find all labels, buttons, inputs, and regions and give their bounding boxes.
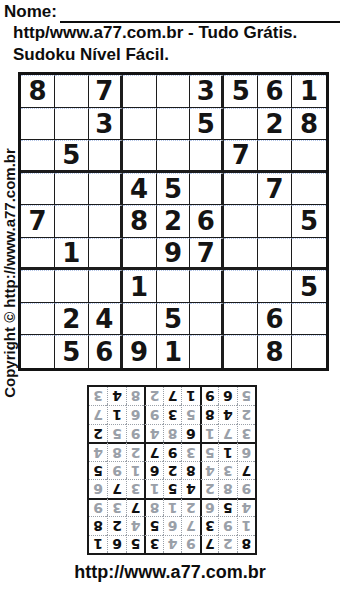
solution-cell-r8c9: 7	[89, 405, 107, 423]
puzzle-cell-r8c5: 5	[157, 303, 191, 336]
puzzle-cell-r6c3	[89, 238, 123, 271]
solution-given-digit: 7	[150, 446, 160, 460]
solution-given-digit: 5	[131, 537, 141, 551]
puzzle-digit: 1	[164, 339, 182, 365]
solution-solved-digit: 9	[131, 427, 141, 441]
puzzle-cell-r5c6: 6	[190, 205, 224, 238]
site-url-heading: http/www.a77.com.br - Tudo Grátis.	[13, 23, 297, 43]
solution-cell-r4c1: 9	[237, 479, 255, 497]
puzzle-cell-r7c5	[157, 270, 191, 303]
solution-cell-r6c3: 5	[200, 442, 218, 460]
solution-cell-r3c8: 3	[107, 498, 125, 516]
puzzle-cell-r5c8	[258, 205, 292, 238]
solution-cell-r8c4: 5	[181, 405, 199, 423]
puzzle-cell-r1c2	[55, 75, 89, 108]
puzzle-cell-r9c5: 1	[157, 335, 191, 368]
solution-given-digit: 8	[241, 537, 251, 551]
puzzle-cell-r9c8: 8	[258, 335, 292, 368]
solution-cell-r5c4: 8	[181, 461, 199, 479]
solution-solved-digit: 1	[131, 464, 141, 478]
solution-solved-digit: 2	[223, 537, 233, 551]
solution-solved-digit: 8	[223, 482, 233, 496]
solution-solved-digit: 8	[131, 389, 141, 403]
solution-cell-r7c7: 9	[126, 424, 144, 442]
puzzle-cell-r1c9: 1	[292, 75, 326, 108]
solution-cell-r4c4: 4	[181, 479, 199, 497]
solution-cell-r9c8: 4	[107, 387, 125, 405]
puzzle-cell-r6c6: 7	[190, 238, 224, 271]
solution-solved-digit: 6	[241, 446, 251, 460]
solution-solved-digit: 5	[205, 446, 215, 460]
solution-solved-digit: 9	[93, 501, 103, 515]
solution-solved-digit: 3	[93, 389, 103, 403]
solution-given-digit: 3	[150, 537, 160, 551]
solution-cell-r3c3: 6	[200, 498, 218, 516]
solution-solved-digit: 3	[186, 446, 196, 460]
solution-cell-r2c7: 4	[126, 516, 144, 534]
solution-cell-r8c8: 1	[107, 405, 125, 423]
puzzle-cell-r1c3: 7	[89, 75, 123, 108]
solution-solved-digit: 4	[168, 537, 178, 551]
puzzle-cell-r1c1: 8	[21, 75, 55, 108]
solution-solved-digit: 6	[168, 519, 178, 533]
puzzle-cell-r1c4	[123, 75, 157, 108]
solution-given-digit: 4	[112, 389, 122, 403]
solution-given-digit: 8	[186, 464, 196, 478]
copyright-vertical: Copyright © http://www.a77.com.br	[0, 100, 17, 446]
puzzle-cell-r2c8: 2	[258, 108, 292, 141]
solution-cell-r4c6: 1	[144, 479, 162, 497]
solution-given-digit: 8	[93, 519, 103, 533]
puzzle-cell-r4c3	[89, 173, 123, 206]
puzzle-digit: 7	[232, 142, 250, 168]
puzzle-grid: 8735613528574577826519715245656918	[18, 72, 329, 371]
puzzle-cell-r8c9	[292, 303, 326, 336]
solution-cell-r2c3: 3	[200, 516, 218, 534]
footer-url: http://www.a77.com.br	[0, 562, 340, 583]
solution-solved-digit: 7	[186, 519, 196, 533]
solution-cell-r1c6: 3	[144, 535, 162, 553]
solution-solved-digit: 4	[241, 501, 251, 515]
solution-cell-r9c2: 6	[218, 387, 236, 405]
puzzle-cell-r8c8: 6	[258, 303, 292, 336]
puzzle-cell-r6c5: 9	[157, 238, 191, 271]
solution-given-digit: 5	[223, 501, 233, 515]
solution-solved-digit: 3	[223, 464, 233, 478]
solution-cell-r7c8: 5	[107, 424, 125, 442]
solution-cell-r7c1: 3	[237, 424, 255, 442]
solution-solved-digit: 9	[186, 537, 196, 551]
solution-given-digit: 7	[168, 389, 178, 403]
puzzle-digit: 1	[300, 78, 318, 104]
solution-solved-digit: 9	[112, 464, 122, 478]
solution-cell-r6c1: 6	[237, 442, 255, 460]
solution-cell-r2c5: 6	[163, 516, 181, 534]
puzzle-cell-r9c4: 9	[123, 335, 157, 368]
solution-cell-r2c8: 2	[107, 516, 125, 534]
solution-solved-digit: 4	[205, 464, 215, 478]
puzzle-cell-r4c7	[224, 173, 258, 206]
solution-cell-r9c3: 9	[200, 387, 218, 405]
puzzle-cell-r2c1	[21, 108, 55, 141]
solution-given-digit: 6	[150, 464, 160, 478]
puzzle-cell-r4c5: 5	[157, 173, 191, 206]
solution-solved-digit: 7	[223, 427, 233, 441]
puzzle-cell-r1c6: 3	[190, 75, 224, 108]
solution-solved-digit: 9	[241, 482, 251, 496]
solution-given-digit: 4	[223, 408, 233, 422]
solution-solved-digit: 3	[241, 427, 251, 441]
solution-cell-r6c6: 7	[144, 442, 162, 460]
solution-cell-r4c9: 6	[89, 479, 107, 497]
solution-solved-digit: 4	[93, 446, 103, 460]
solution-cell-r1c5: 4	[163, 535, 181, 553]
puzzle-cell-r7c2	[55, 270, 89, 303]
puzzle-cell-r3c7: 7	[224, 140, 258, 173]
puzzle-digit: 1	[62, 240, 80, 266]
puzzle-cell-r5c5: 2	[157, 205, 191, 238]
puzzle-cell-r7c8	[258, 270, 292, 303]
solution-given-digit: 6	[112, 537, 122, 551]
solution-cell-r5c3: 4	[200, 461, 218, 479]
solution-solved-digit: 2	[205, 482, 215, 496]
solution-solved-digit: 2	[131, 446, 141, 460]
puzzle-digit: 2	[164, 208, 182, 234]
solution-given-digit: 5	[168, 482, 178, 496]
solution-cell-r3c1: 4	[237, 498, 255, 516]
solution-cell-r2c9: 8	[89, 516, 107, 534]
solution-solved-digit: 1	[241, 519, 251, 533]
solution-given-digit: 9	[168, 446, 178, 460]
solution-cell-r3c6: 8	[144, 498, 162, 516]
solution-given-digit: 7	[205, 537, 215, 551]
solution-solved-digit: 9	[150, 408, 160, 422]
puzzle-cell-r7c4: 1	[123, 270, 157, 303]
solution-cell-r7c5: 8	[163, 424, 181, 442]
solution-cell-r3c9: 9	[89, 498, 107, 516]
solution-cell-r3c2: 5	[218, 498, 236, 516]
solution-cell-r8c2: 4	[218, 405, 236, 423]
solution-solved-digit: 4	[131, 519, 141, 533]
solution-cell-r4c3: 2	[200, 479, 218, 497]
solution-cell-r2c6: 5	[144, 516, 162, 534]
puzzle-cell-r6c8	[258, 238, 292, 271]
solution-cell-r6c4: 3	[181, 442, 199, 460]
solution-cell-r4c5: 5	[163, 479, 181, 497]
puzzle-cell-r7c1	[21, 270, 55, 303]
solution-cell-r3c7: 7	[126, 498, 144, 516]
puzzle-cell-r2c6: 5	[190, 108, 224, 141]
puzzle-cell-r7c9: 5	[292, 270, 326, 303]
solution-solved-digit: 2	[241, 408, 251, 422]
solution-solved-digit: 5	[186, 408, 196, 422]
puzzle-digit: 9	[164, 240, 182, 266]
solution-solved-digit: 3	[131, 482, 141, 496]
puzzle-cell-r8c4	[123, 303, 157, 336]
puzzle-cell-r2c5	[157, 108, 191, 141]
solution-solved-digit: 1	[205, 427, 215, 441]
puzzle-cell-r5c4: 8	[123, 205, 157, 238]
solution-cell-r5c8: 9	[107, 461, 125, 479]
solution-cell-r9c6: 2	[144, 387, 162, 405]
solution-solved-digit: 1	[168, 501, 178, 515]
solution-solved-digit: 9	[223, 519, 233, 533]
puzzle-digit: 6	[197, 208, 215, 234]
puzzle-cell-r5c1: 7	[21, 205, 55, 238]
puzzle-cell-r6c9	[292, 238, 326, 271]
solution-given-digit: 7	[112, 482, 122, 496]
puzzle-cell-r4c6	[190, 173, 224, 206]
solution-cell-r9c9: 3	[89, 387, 107, 405]
puzzle-cell-r2c7	[224, 108, 258, 141]
solution-cell-r1c4: 9	[181, 535, 199, 553]
solution-cell-r6c5: 9	[163, 442, 181, 460]
puzzle-cell-r8c6	[190, 303, 224, 336]
puzzle-digit: 7	[197, 240, 215, 266]
puzzle-cell-r7c7	[224, 270, 258, 303]
puzzle-digit: 7	[95, 78, 113, 104]
puzzle-cell-r8c2: 2	[55, 303, 89, 336]
solution-cell-r8c1: 2	[237, 405, 255, 423]
puzzle-digit: 4	[95, 306, 113, 332]
puzzle-cell-r6c1	[21, 238, 55, 271]
solution-given-digit: 5	[93, 464, 103, 478]
solution-solved-digit: 5	[112, 427, 122, 441]
puzzle-digit: 7	[266, 176, 284, 202]
puzzle-digit: 5	[164, 176, 182, 202]
puzzle-digit: 8	[266, 339, 284, 365]
puzzle-cell-r2c9: 8	[292, 108, 326, 141]
solution-solved-digit: 8	[112, 446, 122, 460]
solution-given-digit: 7	[241, 464, 251, 478]
puzzle-cell-r3c6	[190, 140, 224, 173]
puzzle-digit: 8	[300, 111, 318, 137]
puzzle-digit: 9	[130, 339, 148, 365]
solution-cell-r5c1: 7	[237, 461, 255, 479]
puzzle-cell-r8c3: 4	[89, 303, 123, 336]
puzzle-cell-r6c2: 1	[55, 238, 89, 271]
puzzle-cell-r9c3: 6	[89, 335, 123, 368]
solution-solved-digit: 8	[150, 501, 160, 515]
solution-cell-r3c4: 2	[181, 498, 199, 516]
puzzle-cell-r6c7	[224, 238, 258, 271]
puzzle-digit: 6	[266, 306, 284, 332]
solution-given-digit: 1	[223, 446, 233, 460]
puzzle-cell-r9c9	[292, 335, 326, 368]
solution-cell-r2c1: 1	[237, 516, 255, 534]
solution-cell-r1c3: 7	[200, 535, 218, 553]
solution-given-digit: 1	[186, 389, 196, 403]
solution-given-digit: 5	[150, 519, 160, 533]
puzzle-cell-r1c8: 6	[258, 75, 292, 108]
puzzle-digit: 5	[62, 339, 80, 365]
solution-given-digit: 2	[112, 519, 122, 533]
puzzle-cell-r9c6	[190, 335, 224, 368]
puzzle-cell-r6c4	[123, 238, 157, 271]
solution-given-digit: 4	[186, 482, 196, 496]
solution-cell-r1c8: 6	[107, 535, 125, 553]
puzzle-cell-r8c1	[21, 303, 55, 336]
solution-cell-r5c6: 6	[144, 461, 162, 479]
solution-cell-r1c2: 2	[218, 535, 236, 553]
puzzle-digit: 5	[197, 111, 215, 137]
puzzle-cell-r8c7	[224, 303, 258, 336]
solution-solved-digit: 6	[205, 501, 215, 515]
solution-cell-r5c2: 3	[218, 461, 236, 479]
solution-given-digit: 1	[93, 537, 103, 551]
solution-grid: 8279435611937654284562187399824513767348…	[87, 385, 257, 555]
solution-cell-r7c4: 6	[181, 424, 199, 442]
puzzle-digit: 5	[300, 208, 318, 234]
solution-cell-r2c2: 9	[218, 516, 236, 534]
puzzle-cell-r9c7	[224, 335, 258, 368]
puzzle-cell-r4c2	[55, 173, 89, 206]
puzzle-cell-r5c9: 5	[292, 205, 326, 238]
solution-given-digit: 2	[168, 464, 178, 478]
puzzle-cell-r3c1	[21, 140, 55, 173]
puzzle-cell-r3c4	[123, 140, 157, 173]
solution-given-digit: 8	[205, 408, 215, 422]
name-label: Nome:	[4, 2, 57, 21]
solution-solved-digit: 5	[241, 389, 251, 403]
worksheet-page: Nome: http/www.a77.com.br - Tudo Grátis.…	[0, 0, 340, 596]
puzzle-cell-r7c6	[190, 270, 224, 303]
solution-cell-r9c5: 7	[163, 387, 181, 405]
solution-solved-digit: 3	[112, 501, 122, 515]
solution-solved-digit: 2	[186, 501, 196, 515]
puzzle-cell-r5c2	[55, 205, 89, 238]
solution-cell-r5c5: 2	[163, 461, 181, 479]
solution-given-digit: 9	[205, 389, 215, 403]
puzzle-digit: 5	[300, 274, 318, 300]
solution-given-digit: 7	[131, 501, 141, 515]
puzzle-title: Sudoku Nível Fácil.	[13, 45, 169, 65]
solution-cell-r8c3: 8	[200, 405, 218, 423]
solution-cell-r1c9: 1	[89, 535, 107, 553]
solution-cell-r8c5: 3	[163, 405, 181, 423]
puzzle-cell-r5c7	[224, 205, 258, 238]
solution-cell-r9c1: 5	[237, 387, 255, 405]
solution-cell-r7c9: 2	[89, 424, 107, 442]
puzzle-cell-r2c3: 3	[89, 108, 123, 141]
puzzle-cell-r1c5	[157, 75, 191, 108]
solution-cell-r9c4: 1	[181, 387, 199, 405]
puzzle-cell-r9c2: 5	[55, 335, 89, 368]
solution-given-digit: 3	[168, 408, 178, 422]
solution-solved-digit: 1	[150, 482, 160, 496]
solution-cell-r6c7: 2	[126, 442, 144, 460]
solution-cell-r8c7: 6	[126, 405, 144, 423]
puzzle-digit: 5	[164, 306, 182, 332]
puzzle-cell-r9c1	[21, 335, 55, 368]
solution-cell-r6c2: 1	[218, 442, 236, 460]
puzzle-digit: 3	[95, 111, 113, 137]
solution-solved-digit: 4	[150, 427, 160, 441]
puzzle-digit: 6	[95, 339, 113, 365]
solution-cell-r3c5: 1	[163, 498, 181, 516]
puzzle-digit: 7	[28, 208, 46, 234]
solution-cell-r6c8: 8	[107, 442, 125, 460]
solution-cell-r8c6: 9	[144, 405, 162, 423]
puzzle-digit: 6	[266, 78, 284, 104]
puzzle-cell-r4c4: 4	[123, 173, 157, 206]
solution-given-digit: 6	[223, 389, 233, 403]
solution-given-digit: 1	[112, 408, 122, 422]
puzzle-digit: 8	[130, 208, 148, 234]
puzzle-cell-r3c2: 5	[55, 140, 89, 173]
puzzle-digit: 4	[130, 176, 148, 202]
solution-solved-digit: 8	[168, 427, 178, 441]
solution-solved-digit: 2	[150, 389, 160, 403]
solution-solved-digit: 6	[131, 408, 141, 422]
solution-cell-r9c7: 8	[126, 387, 144, 405]
solution-cell-r4c2: 8	[218, 479, 236, 497]
solution-cell-r5c7: 1	[126, 461, 144, 479]
puzzle-digit: 5	[62, 142, 80, 168]
solution-cell-r6c9: 4	[89, 442, 107, 460]
solution-solved-digit: 6	[93, 482, 103, 496]
puzzle-cell-r3c8	[258, 140, 292, 173]
puzzle-digit: 5	[232, 78, 250, 104]
solution-cell-r5c9: 5	[89, 461, 107, 479]
name-row: Nome:	[4, 2, 338, 22]
solution-cell-r1c1: 8	[237, 535, 255, 553]
puzzle-digit: 3	[197, 78, 215, 104]
puzzle-cell-r4c8: 7	[258, 173, 292, 206]
puzzle-cell-r2c4	[123, 108, 157, 141]
solution-cell-r1c7: 5	[126, 535, 144, 553]
solution-cell-r4c8: 7	[107, 479, 125, 497]
solution-given-digit: 6	[186, 427, 196, 441]
puzzle-digit: 1	[130, 274, 148, 300]
puzzle-digit: 2	[266, 111, 284, 137]
puzzle-cell-r3c3	[89, 140, 123, 173]
solution-cell-r2c4: 7	[181, 516, 199, 534]
solution-solved-digit: 7	[93, 408, 103, 422]
puzzle-cell-r7c3	[89, 270, 123, 303]
solution-cell-r4c7: 3	[126, 479, 144, 497]
solution-cell-r7c6: 4	[144, 424, 162, 442]
puzzle-cell-r4c9	[292, 173, 326, 206]
puzzle-cell-r4c1	[21, 173, 55, 206]
puzzle-digit: 2	[62, 306, 80, 332]
copyright-text: Copyright © http://www.a77.com.br	[0, 148, 17, 398]
solution-given-digit: 3	[205, 519, 215, 533]
puzzle-digit: 8	[28, 78, 46, 104]
solution-cell-r7c2: 7	[218, 424, 236, 442]
puzzle-cell-r1c7: 5	[224, 75, 258, 108]
puzzle-cell-r3c9	[292, 140, 326, 173]
solution-cell-r7c3: 1	[200, 424, 218, 442]
puzzle-cell-r2c2	[55, 108, 89, 141]
puzzle-cell-r3c5	[157, 140, 191, 173]
puzzle-cell-r5c3	[89, 205, 123, 238]
solution-given-digit: 2	[93, 427, 103, 441]
